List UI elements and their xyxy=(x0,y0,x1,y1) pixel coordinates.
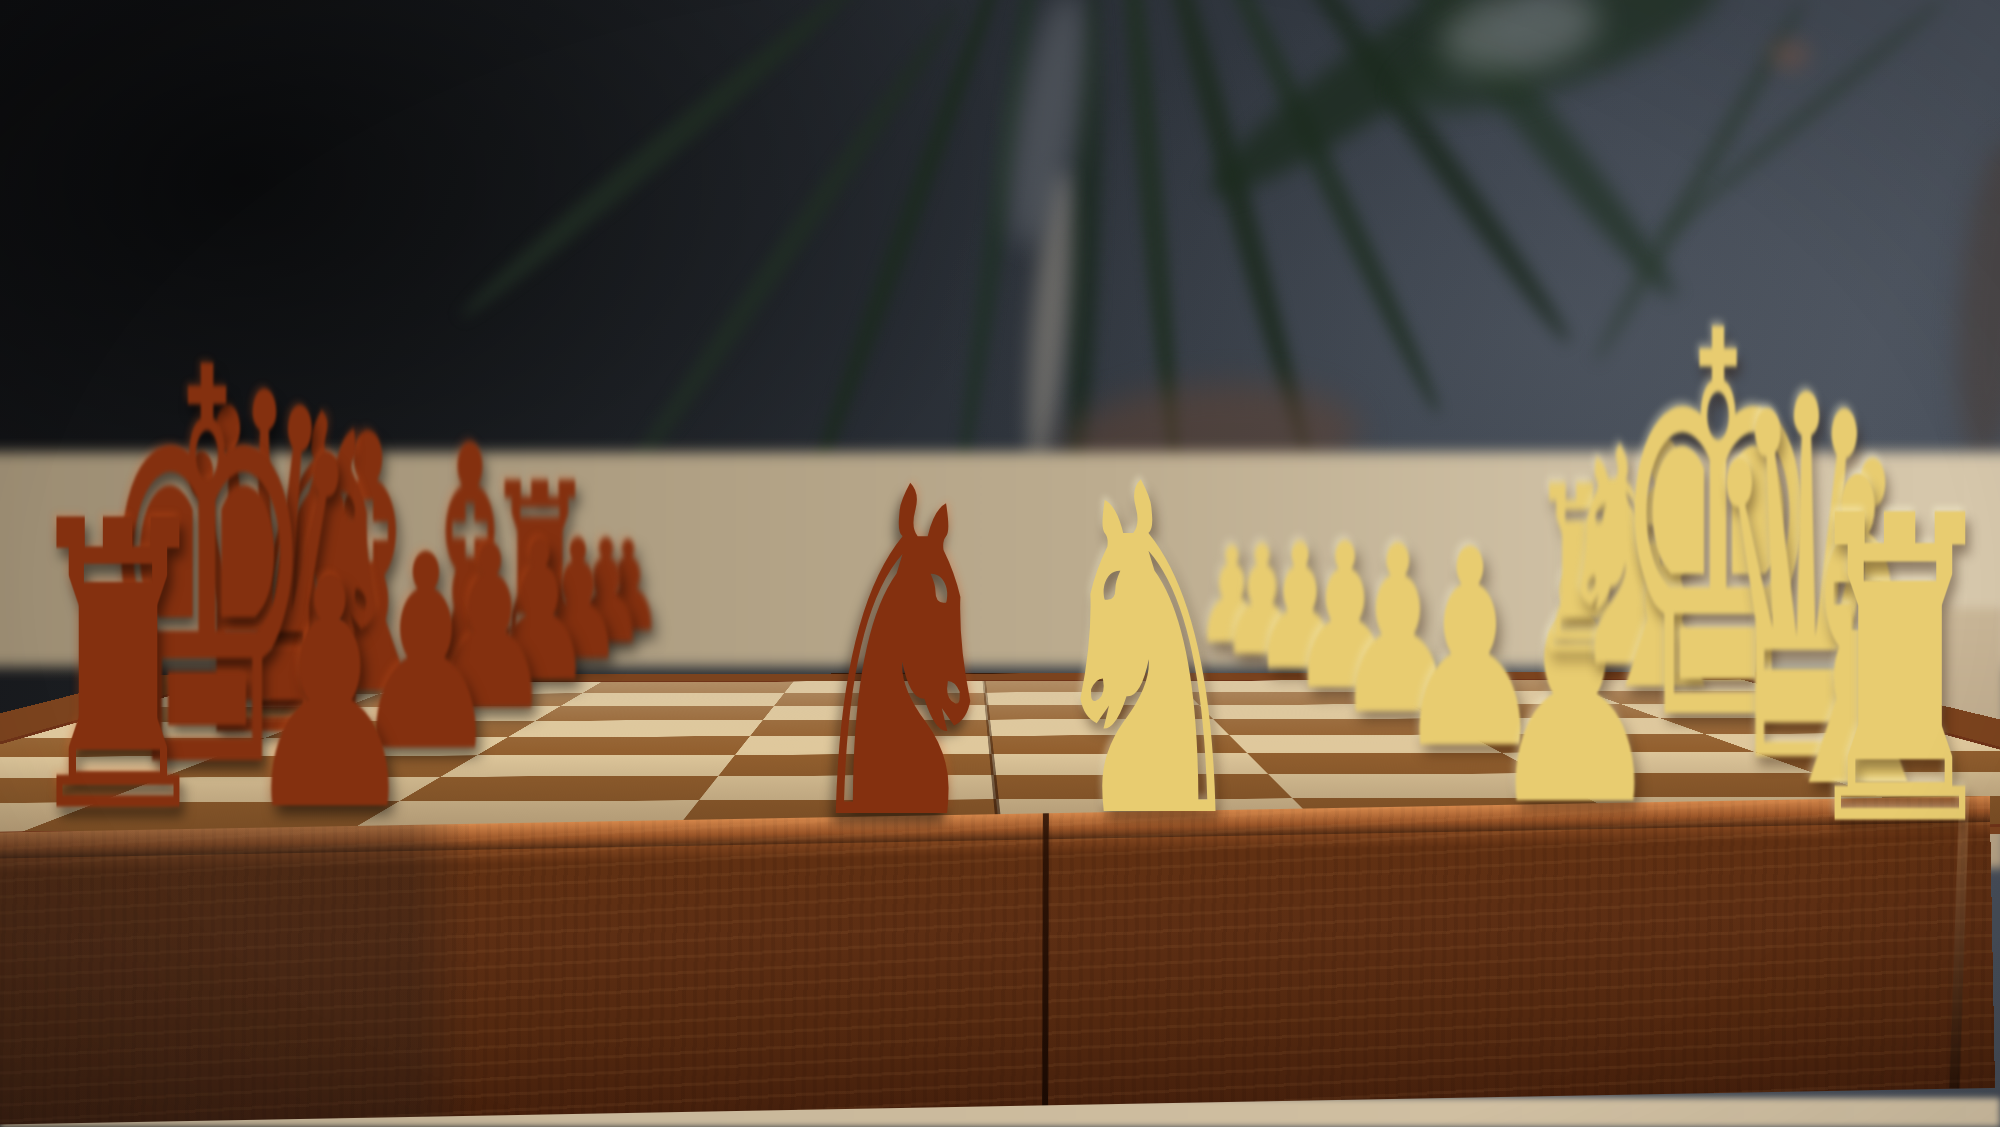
chess-photo-scene: ♜♝♝♞♛♚♜♟♟♟♟♟♟♟♟♟♟♟♟♟♟♜♞♝♚♛♝♜♞♞ xyxy=(0,0,2000,1127)
white-rook-near[interactable]: ♜ xyxy=(1796,462,2000,884)
black-knight-e5[interactable]: ♞ xyxy=(798,431,1009,883)
black-rook-near[interactable]: ♜ xyxy=(20,470,216,867)
black-pawn-near[interactable]: ♟ xyxy=(242,538,418,854)
white-knight-e4[interactable]: ♞ xyxy=(1042,427,1254,881)
